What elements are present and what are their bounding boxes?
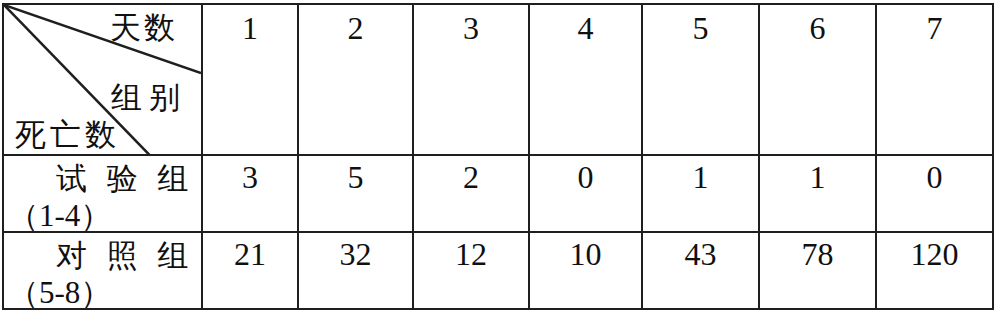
value-cell: 12	[414, 233, 530, 308]
value-cell: 0	[877, 156, 992, 233]
corner-header-cell: 天数 组别 死亡数	[4, 5, 203, 156]
day-header-cell: 2	[299, 5, 414, 156]
corner-row-axis-label: 组别	[111, 82, 187, 113]
group-name: 试 验 组	[4, 160, 201, 197]
value-cell: 3	[203, 156, 299, 233]
value-cell: 10	[530, 233, 643, 308]
group-range: （5-8）	[4, 274, 201, 308]
day-header-cell: 6	[760, 5, 877, 156]
group-name: 对 照 组	[4, 237, 201, 274]
day-header-cell: 7	[877, 5, 992, 156]
day-header-cell: 1	[203, 5, 299, 156]
group-label-cell-control: 对 照 组 （5-8）	[4, 233, 203, 308]
value-cell: 78	[760, 233, 877, 308]
mortality-table: 天数 组别 死亡数 1 2 3 4 5 6 7 试 验 组 （1-4） 3 5 …	[2, 3, 994, 310]
value-cell: 1	[643, 156, 760, 233]
corner-col-axis-label: 天数	[110, 12, 178, 43]
day-header-cell: 5	[643, 5, 760, 156]
value-cell: 120	[877, 233, 992, 308]
value-cell: 5	[299, 156, 414, 233]
value-cell: 43	[643, 233, 760, 308]
group-label-cell-experimental: 试 验 组 （1-4）	[4, 156, 203, 233]
value-cell: 21	[203, 233, 299, 308]
value-cell: 0	[530, 156, 643, 233]
day-header-cell: 3	[414, 5, 530, 156]
value-cell: 1	[760, 156, 877, 233]
day-header-cell: 4	[530, 5, 643, 156]
value-cell: 2	[414, 156, 530, 233]
value-cell: 32	[299, 233, 414, 308]
corner-value-label: 死亡数	[15, 119, 120, 150]
group-range: （1-4）	[4, 197, 201, 233]
